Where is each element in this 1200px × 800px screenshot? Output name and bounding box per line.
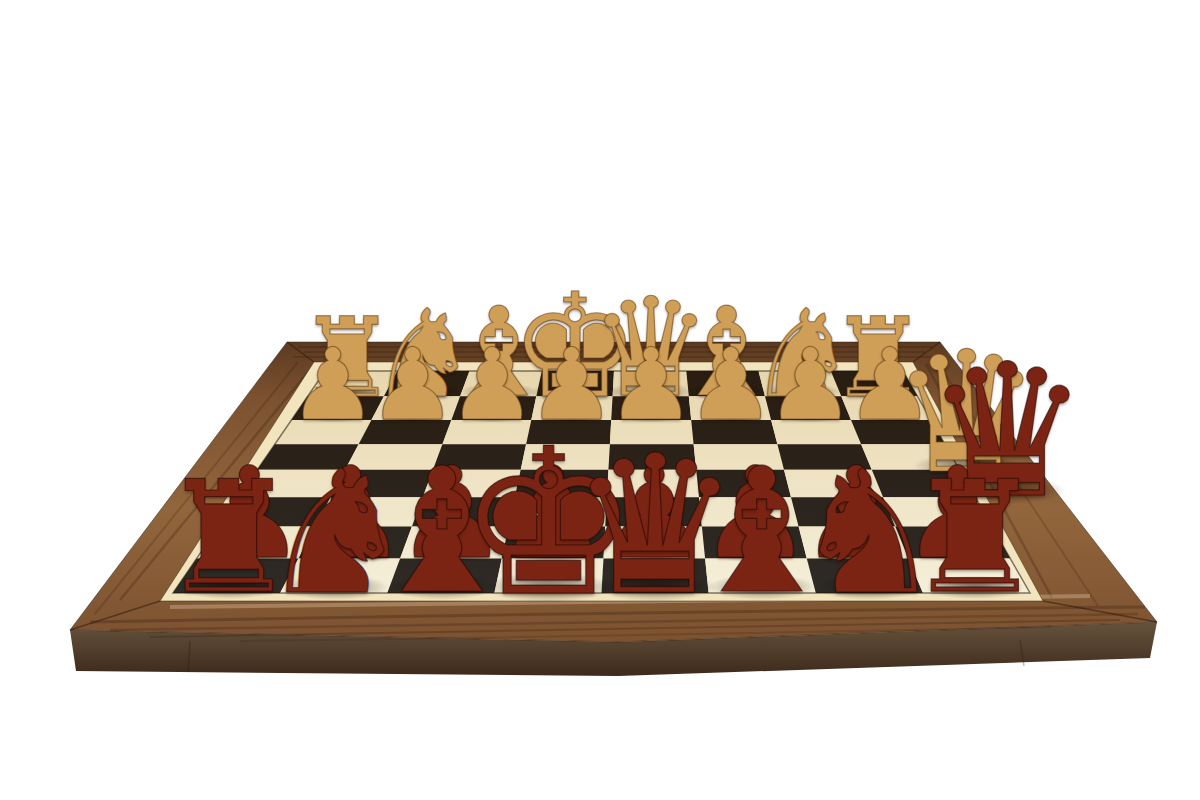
chess-set-photo: ♜♞♝♚♛♝♞♜♟♟♟♟♟♟♟♟♟♟♟♟♟♟♟♟♜♞♝♚♛♝♞♜♛♛ (0, 0, 1200, 800)
piece-white-pawn-g2[interactable]: ♟ (368, 335, 457, 434)
piece-white-pawn-h2[interactable]: ♟ (288, 335, 377, 434)
piece-white-pawn-b2[interactable]: ♟ (766, 335, 855, 434)
piece-black-rook-a8[interactable]: ♜ (905, 461, 1044, 616)
